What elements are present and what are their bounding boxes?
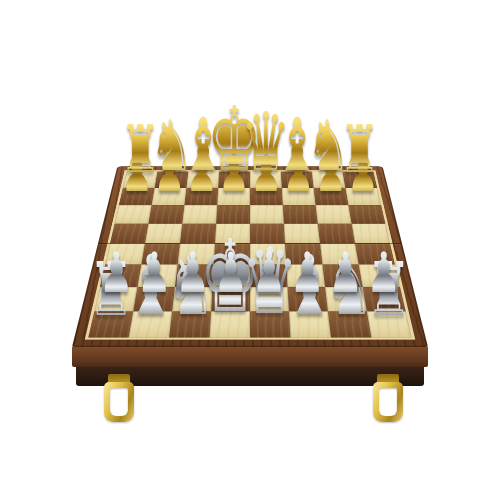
square-a3 xyxy=(100,264,141,287)
square-f7 xyxy=(282,188,316,205)
square-e8 xyxy=(250,172,282,188)
square-a2 xyxy=(94,287,137,311)
square-g1 xyxy=(328,311,371,337)
square-d1 xyxy=(210,311,250,337)
hinge-seam xyxy=(98,243,402,244)
square-e2 xyxy=(250,287,289,311)
chess-set-photo: ♜♞♝♚♛♝♞♜♟♟♟♟♟♟♟♟♟♟♟♟♟♟♟♟♜♝♞♚♛♝♞♜ xyxy=(0,0,500,500)
square-f4 xyxy=(285,243,322,264)
square-b2 xyxy=(133,287,175,311)
board-squares xyxy=(85,170,416,339)
square-g6 xyxy=(316,205,352,223)
square-a7 xyxy=(119,188,155,205)
square-h3 xyxy=(359,264,400,287)
square-e7 xyxy=(250,188,283,205)
square-a5 xyxy=(110,224,148,244)
square-f5 xyxy=(284,224,320,244)
square-f6 xyxy=(283,205,318,223)
square-g5 xyxy=(318,224,355,244)
square-d2 xyxy=(211,287,250,311)
square-a4 xyxy=(105,243,145,264)
square-f2 xyxy=(288,287,328,311)
square-e5 xyxy=(250,224,285,244)
square-d4 xyxy=(214,243,250,264)
square-c2 xyxy=(172,287,212,311)
square-c5 xyxy=(180,224,216,244)
brass-latch-left xyxy=(103,374,135,424)
square-f3 xyxy=(286,264,325,287)
square-d5 xyxy=(215,224,250,244)
square-h1 xyxy=(367,311,412,337)
square-g4 xyxy=(320,243,359,264)
square-h8 xyxy=(343,172,378,188)
square-h5 xyxy=(352,224,390,244)
square-h6 xyxy=(348,205,385,223)
square-e4 xyxy=(250,243,286,264)
square-b1 xyxy=(129,311,172,337)
square-c4 xyxy=(178,243,215,264)
square-d3 xyxy=(212,264,250,287)
square-d7 xyxy=(217,188,250,205)
square-f8 xyxy=(281,172,314,188)
square-g7 xyxy=(314,188,349,205)
box-front-edge xyxy=(72,347,428,367)
square-c6 xyxy=(182,205,217,223)
brass-latch-right xyxy=(372,374,404,424)
square-b5 xyxy=(145,224,182,244)
square-b8 xyxy=(155,172,189,188)
square-e6 xyxy=(250,205,284,223)
square-a1 xyxy=(88,311,133,337)
square-a8 xyxy=(123,172,158,188)
square-c3 xyxy=(175,264,214,287)
square-b6 xyxy=(148,205,184,223)
square-h2 xyxy=(363,287,406,311)
square-c1 xyxy=(169,311,211,337)
square-e1 xyxy=(250,311,290,337)
square-h7 xyxy=(345,188,381,205)
square-b3 xyxy=(137,264,177,287)
square-a6 xyxy=(115,205,152,223)
square-b7 xyxy=(152,188,187,205)
square-g8 xyxy=(312,172,346,188)
chess-board xyxy=(72,166,428,347)
latch-hole xyxy=(110,388,128,416)
square-h4 xyxy=(355,243,395,264)
square-g2 xyxy=(325,287,367,311)
square-e3 xyxy=(250,264,288,287)
square-g3 xyxy=(322,264,362,287)
square-c8 xyxy=(186,172,219,188)
square-c7 xyxy=(184,188,218,205)
square-d6 xyxy=(216,205,250,223)
square-d8 xyxy=(218,172,250,188)
square-b4 xyxy=(141,243,180,264)
square-f1 xyxy=(289,311,331,337)
latch-hole xyxy=(379,388,397,416)
